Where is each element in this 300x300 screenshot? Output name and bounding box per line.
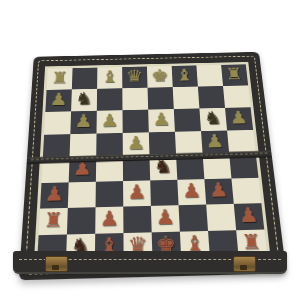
square-e5[interactable] [149, 132, 176, 156]
square-g7[interactable] [198, 86, 225, 108]
square-b6[interactable]: ♟ [70, 111, 96, 134]
square-a8[interactable]: ♜ [47, 68, 73, 90]
brass-pawn-piece: ♟ [100, 112, 118, 130]
square-e7[interactable] [148, 87, 174, 109]
brass-knight-piece: ♞ [75, 90, 93, 107]
square-c5[interactable] [96, 133, 123, 157]
square-g6[interactable]: ♞ [199, 108, 227, 131]
brass-rook-piece: ♜ [225, 66, 244, 83]
square-c8[interactable]: ♝ [97, 67, 122, 89]
square-e6[interactable]: ♟ [148, 109, 175, 132]
square-a3[interactable]: ♟ [40, 182, 69, 208]
square-g3[interactable]: ♟ [204, 178, 233, 204]
brass-bishop-piece: ♝ [101, 69, 119, 86]
case-front-face [13, 251, 287, 274]
square-f6[interactable] [174, 108, 201, 131]
square-f8[interactable]: ♝ [172, 65, 198, 87]
copper-pawn-piece: ♟ [155, 207, 175, 228]
copper-pawn-piece: ♟ [209, 180, 230, 200]
square-a7[interactable]: ♟ [45, 89, 71, 112]
square-c3[interactable] [96, 181, 124, 207]
square-g5[interactable]: ♟ [201, 131, 229, 155]
square-h2[interactable]: ♟ [234, 203, 265, 230]
square-d7[interactable] [122, 88, 148, 111]
square-g2[interactable] [206, 204, 236, 231]
product-photo: ♜♝♛♚♝♜♟♞♟♟♟♞♟♟♟♟♞♟♟♟♟♜♟♟♟♞♝♛♚♝♜ [0, 0, 300, 300]
square-d6[interactable] [122, 110, 148, 133]
brass-queen-piece: ♛ [126, 68, 144, 85]
square-h3[interactable] [231, 178, 261, 204]
square-b7[interactable]: ♞ [71, 89, 97, 112]
square-e3[interactable] [150, 180, 178, 206]
leather-chess-case: ♜♝♛♚♝♜♟♞♟♟♟♞♟♟♟♟♞♟♟♟♟♜♟♟♟♞♝♛♚♝♜ [19, 52, 287, 280]
brass-knight-piece: ♞ [203, 110, 222, 128]
square-f5[interactable] [175, 131, 203, 155]
square-e2[interactable]: ♟ [151, 205, 180, 232]
copper-pawn-piece: ♟ [127, 182, 146, 202]
square-b2[interactable] [67, 207, 96, 234]
copper-pawn-piece: ♟ [100, 209, 120, 230]
square-c7[interactable] [97, 88, 123, 111]
square-b3[interactable] [68, 182, 96, 208]
copper-rook-piece: ♜ [43, 210, 63, 231]
square-a2[interactable]: ♜ [39, 208, 68, 235]
brass-pawn-piece: ♟ [127, 134, 146, 153]
square-c2[interactable]: ♟ [95, 207, 123, 234]
square-a5[interactable] [43, 134, 71, 158]
square-d2[interactable] [123, 206, 151, 233]
square-d3[interactable]: ♟ [123, 180, 151, 206]
brass-pawn-piece: ♟ [74, 113, 93, 131]
square-b5[interactable] [70, 134, 97, 158]
left-clasp-icon [45, 256, 68, 272]
brass-rook-piece: ♜ [51, 70, 69, 87]
right-clasp-icon [233, 256, 256, 272]
board-frame: ♜♝♛♚♝♜♟♞♟♟♟♞♟♟♟♟♞♟♟♟♟♜♟♟♟♞♝♛♚♝♜ [37, 64, 267, 263]
square-a6[interactable] [44, 111, 71, 134]
square-d8[interactable]: ♛ [122, 67, 147, 89]
brass-pawn-piece: ♟ [229, 109, 249, 127]
copper-pawn-piece: ♟ [44, 184, 64, 204]
brass-bishop-piece: ♝ [175, 67, 193, 84]
square-h8[interactable]: ♜ [221, 64, 248, 86]
chess-board: ♜♝♛♚♝♜♟♞♟♟♟♞♟♟♟♟♞♟♟♟♟♜♟♟♟♞♝♛♚♝♜ [37, 64, 267, 263]
brass-king-piece: ♚ [151, 68, 169, 85]
square-g8[interactable] [196, 65, 223, 87]
square-c6[interactable]: ♟ [97, 110, 123, 133]
brass-pawn-piece: ♟ [205, 132, 225, 151]
square-h6[interactable]: ♟ [225, 107, 253, 130]
square-e8[interactable]: ♚ [147, 66, 173, 88]
brass-pawn-piece: ♟ [152, 111, 171, 129]
square-b8[interactable] [72, 68, 98, 90]
square-h7[interactable] [223, 85, 251, 107]
square-f3[interactable]: ♟ [177, 179, 206, 205]
copper-pawn-piece: ♟ [181, 181, 201, 201]
square-f7[interactable] [173, 87, 200, 109]
square-f2[interactable] [179, 205, 208, 232]
brass-pawn-piece: ♟ [49, 91, 68, 108]
copper-pawn-piece: ♟ [238, 205, 259, 226]
square-d5[interactable]: ♟ [123, 132, 150, 156]
